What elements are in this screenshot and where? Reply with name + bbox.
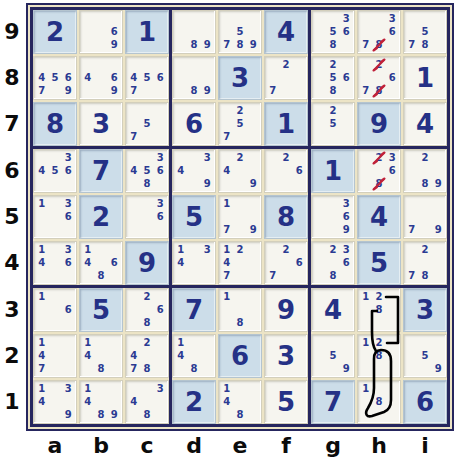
- candidate-9: 9: [62, 409, 75, 422]
- pencil-marks: 136: [35, 197, 75, 237]
- candidate-2: 2: [372, 290, 385, 303]
- given-digit: 1: [265, 103, 307, 145]
- cell-c6[interactable]: 34568: [125, 149, 169, 193]
- pencil-marks: 2568: [313, 58, 353, 98]
- candidate-6: 6: [108, 71, 121, 84]
- cell-g1[interactable]: 7: [311, 380, 355, 424]
- cell-h4[interactable]: 5: [357, 241, 401, 285]
- pencil-marks: 16: [35, 290, 75, 330]
- candidate-6: 6: [293, 256, 306, 269]
- pencil-marks: 1489: [81, 382, 121, 422]
- candidate-6: 6: [62, 256, 75, 269]
- candidate-6: 6: [386, 71, 399, 84]
- cell-a7[interactable]: 8: [33, 102, 77, 146]
- candidate-7: 7: [220, 39, 233, 52]
- candidate-4: 4: [220, 395, 233, 408]
- candidate-4: 4: [35, 395, 48, 408]
- given-digit: 3: [404, 289, 446, 331]
- candidate-7: 7: [266, 85, 279, 98]
- given-digit: 2: [173, 381, 215, 423]
- row-label-2: 2: [0, 344, 24, 368]
- candidate-6: 6: [340, 25, 353, 38]
- cell-e6[interactable]: 249: [218, 149, 262, 193]
- cell-b6[interactable]: 7: [79, 149, 123, 193]
- cell-h1[interactable]: 18: [357, 380, 401, 424]
- cell-f7[interactable]: 1: [264, 102, 308, 146]
- candidate-3: 3: [340, 243, 353, 256]
- cell-i4[interactable]: 278: [403, 241, 447, 285]
- cell-c3[interactable]: 268: [125, 288, 169, 332]
- given-digit: 6: [219, 335, 261, 377]
- candidate-1: 1: [35, 382, 48, 395]
- col-label-f: f: [274, 434, 298, 458]
- cell-g2[interactable]: 59: [311, 334, 355, 378]
- cell-e8[interactable]: 3: [218, 56, 262, 100]
- candidate-2: 2: [326, 104, 339, 117]
- candidate-4: 4: [35, 349, 48, 362]
- pencil-marks: 18: [220, 290, 260, 330]
- candidate-6: 6: [386, 164, 399, 177]
- cell-a4[interactable]: 1346: [33, 241, 77, 285]
- cell-f4[interactable]: 267: [264, 241, 308, 285]
- pencil-marks: 89: [174, 12, 214, 52]
- pencil-marks: 278: [405, 243, 445, 283]
- cell-c5[interactable]: 36: [125, 195, 169, 239]
- candidate-7: 7: [266, 270, 279, 283]
- elimination-slash-icon: [371, 37, 387, 53]
- given-digit: 7: [312, 381, 354, 423]
- candidate-2: 2: [418, 243, 431, 256]
- cell-f5[interactable]: 8: [264, 195, 308, 239]
- cell-e1[interactable]: 148: [218, 380, 262, 424]
- col-label-e: e: [228, 434, 252, 458]
- given-digit: 3: [219, 57, 261, 99]
- candidate-8: 8: [326, 39, 339, 52]
- candidate-2: 2: [233, 104, 246, 117]
- cell-i7[interactable]: 4: [403, 102, 447, 146]
- pencil-marks: 89: [174, 58, 214, 98]
- box-8: 71891486321485: [172, 288, 308, 424]
- col-label-b: b: [89, 434, 113, 458]
- candidate-8: 8: [140, 317, 153, 330]
- pencil-marks: 3456: [35, 151, 75, 191]
- candidate-6: 6: [386, 25, 399, 38]
- candidate-5: 5: [140, 117, 153, 130]
- cell-f6[interactable]: 26: [264, 149, 308, 193]
- pencil-marks: 128: [359, 290, 399, 330]
- candidate-9: 9: [62, 85, 75, 98]
- candidate-7: 7: [405, 39, 418, 52]
- candidate-3: 3: [340, 197, 353, 210]
- box-9: 4128359128597186: [311, 288, 447, 424]
- cell-c7[interactable]: 57: [125, 102, 169, 146]
- cell-d9[interactable]: 89: [172, 10, 216, 54]
- cell-d6[interactable]: 349: [172, 149, 216, 193]
- cell-b7[interactable]: 3: [79, 102, 123, 146]
- candidate-8: 8: [187, 363, 200, 376]
- pencil-marks: 34568: [127, 151, 167, 191]
- candidate-9: 9: [108, 409, 121, 422]
- candidate-6: 6: [62, 303, 75, 316]
- given-digit: 2: [34, 11, 76, 53]
- candidate-4: 4: [35, 256, 48, 269]
- pencil-marks: 148: [220, 382, 260, 422]
- candidate-3: 3: [340, 12, 353, 25]
- candidate-7: 7: [127, 85, 140, 98]
- candidate-1: 1: [35, 290, 48, 303]
- cell-h5[interactable]: 4: [357, 195, 401, 239]
- cell-a6[interactable]: 3456: [33, 149, 77, 193]
- candidate-9: 9: [247, 39, 260, 52]
- row-label-6: 6: [0, 159, 24, 183]
- candidate-2: 2: [140, 290, 153, 303]
- board-frame: 2691456794694567835789578948932762571356…: [26, 3, 454, 431]
- pencil-marks: 1349: [35, 382, 75, 422]
- candidate-1: 1: [220, 382, 233, 395]
- cell-f8[interactable]: 27: [264, 56, 308, 100]
- candidate-7: 7: [127, 363, 140, 376]
- cell-b3[interactable]: 5: [79, 288, 123, 332]
- cell-d4[interactable]: 134: [172, 241, 216, 285]
- cell-a1[interactable]: 1349: [33, 380, 77, 424]
- candidate-9: 9: [432, 224, 445, 237]
- pencil-marks: 2478: [127, 336, 167, 376]
- candidate-9: 9: [108, 85, 121, 98]
- cell-g6[interactable]: 1: [311, 149, 355, 193]
- candidate-1: 1: [220, 197, 233, 210]
- cell-i6[interactable]: 289: [403, 149, 447, 193]
- pencil-marks: 3678: [359, 12, 399, 52]
- cell-d1[interactable]: 2: [172, 380, 216, 424]
- cell-h3[interactable]: 128: [357, 288, 401, 332]
- candidate-5: 5: [48, 71, 61, 84]
- solved-digit: 6: [173, 103, 215, 145]
- pencil-marks: 134: [174, 243, 214, 283]
- cell-c4[interactable]: 9: [125, 241, 169, 285]
- candidate-8: 8: [233, 409, 246, 422]
- box-2: 89578948932762571: [172, 10, 308, 146]
- candidate-5: 5: [326, 117, 339, 130]
- candidate-1: 1: [220, 243, 233, 256]
- cell-b4[interactable]: 1468: [79, 241, 123, 285]
- row-label-4: 4: [0, 251, 24, 275]
- candidate-8: 8: [418, 39, 431, 52]
- pencil-marks: 267: [266, 243, 306, 283]
- candidate-9: 9: [247, 178, 260, 191]
- candidate-3: 3: [154, 382, 167, 395]
- pencil-marks: 5789: [220, 12, 260, 52]
- elimination-slash-icon: [371, 150, 387, 166]
- candidate-1: 1: [174, 243, 187, 256]
- candidate-3: 3: [154, 197, 167, 210]
- cell-a9[interactable]: 2: [33, 10, 77, 54]
- candidate-4: 4: [220, 164, 233, 177]
- solved-digit: 4: [312, 289, 354, 331]
- pencil-marks: 27: [266, 58, 306, 98]
- cell-e4[interactable]: 1247: [218, 241, 262, 285]
- box-4: 3456734568136236134614689: [33, 149, 169, 285]
- pencil-marks: 1346: [35, 243, 75, 283]
- candidate-3: 3: [386, 151, 399, 164]
- candidate-4: 4: [127, 395, 140, 408]
- pencil-marks: 257: [220, 104, 260, 144]
- candidate-1: 1: [35, 336, 48, 349]
- cell-f2[interactable]: 3: [264, 334, 308, 378]
- cell-f9[interactable]: 4: [264, 10, 308, 54]
- candidate-7: 7: [35, 85, 48, 98]
- row-label-8: 8: [0, 66, 24, 90]
- candidate-3: 3: [201, 243, 214, 256]
- cell-f3[interactable]: 9: [264, 288, 308, 332]
- candidate-4: 4: [81, 349, 94, 362]
- candidate-9: 9: [340, 224, 353, 237]
- cell-b8[interactable]: 469: [79, 56, 123, 100]
- candidate-5: 5: [48, 164, 61, 177]
- cell-g9[interactable]: 3568: [311, 10, 355, 54]
- candidate-6: 6: [340, 256, 353, 269]
- candidate-9: 9: [340, 363, 353, 376]
- candidate-6: 6: [154, 164, 167, 177]
- candidate-6: 6: [108, 256, 121, 269]
- pencil-marks: 57: [127, 104, 167, 144]
- row-label-5: 5: [0, 205, 24, 229]
- candidate-5: 5: [140, 71, 153, 84]
- solved-digit: 3: [80, 103, 122, 145]
- candidate-9: 9: [432, 363, 445, 376]
- candidate-9: 9: [247, 224, 260, 237]
- cell-h9[interactable]: 3678: [357, 10, 401, 54]
- cell-a8[interactable]: 45679: [33, 56, 77, 100]
- cell-e9[interactable]: 5789: [218, 10, 262, 54]
- pencil-marks: 18: [359, 382, 399, 422]
- candidate-1: 1: [81, 336, 94, 349]
- candidate-2: 2: [233, 151, 246, 164]
- candidate-7: 7: [35, 363, 48, 376]
- candidate-8: 8: [418, 178, 431, 191]
- candidate-6: 6: [154, 210, 167, 223]
- cell-h6[interactable]: 2368: [357, 149, 401, 193]
- candidate-2: 2: [279, 58, 292, 71]
- candidate-8: 8: [326, 85, 339, 98]
- elimination-slash-icon: [371, 83, 387, 99]
- cell-c1[interactable]: 348: [125, 380, 169, 424]
- col-label-i: i: [413, 434, 437, 458]
- cell-b2[interactable]: 148: [79, 334, 123, 378]
- pencil-marks: 349: [174, 151, 214, 191]
- cell-d8[interactable]: 89: [172, 56, 216, 100]
- candidate-2: 2: [326, 243, 339, 256]
- candidate-8: 8: [140, 409, 153, 422]
- given-digit: 8: [34, 103, 76, 145]
- candidate-7: 7: [405, 270, 418, 283]
- candidate-8: 8: [372, 349, 385, 362]
- cell-i9[interactable]: 578: [403, 10, 447, 54]
- cell-g5[interactable]: 369: [311, 195, 355, 239]
- pencil-marks: 369: [313, 197, 353, 237]
- candidate-3: 3: [386, 12, 399, 25]
- candidate-8: 8: [187, 39, 200, 52]
- candidate-4: 4: [127, 349, 140, 362]
- cell-h8[interactable]: 2678: [357, 56, 401, 100]
- candidate-8: 8: [326, 270, 339, 283]
- cell-h7[interactable]: 9: [357, 102, 401, 146]
- candidate-9: 9: [108, 39, 121, 52]
- pencil-marks: 249: [220, 151, 260, 191]
- candidate-8: 8: [372, 303, 385, 316]
- candidate-3: 3: [154, 151, 167, 164]
- candidate-8-eliminated: 8: [372, 178, 385, 191]
- candidate-2: 2: [279, 151, 292, 164]
- candidate-6: 6: [154, 303, 167, 316]
- pencil-marks: 1247: [220, 243, 260, 283]
- cell-b9[interactable]: 69: [79, 10, 123, 54]
- pencil-marks: 2368: [359, 151, 399, 191]
- candidate-8: 8: [94, 363, 107, 376]
- pencil-marks: 289: [405, 151, 445, 191]
- cell-f1[interactable]: 5: [264, 380, 308, 424]
- given-digit: 7: [173, 289, 215, 331]
- cell-d2[interactable]: 148: [172, 334, 216, 378]
- row-label-9: 9: [0, 20, 24, 44]
- pencil-marks: 36: [127, 197, 167, 237]
- pencil-marks: 148: [174, 336, 214, 376]
- candidate-8: 8: [233, 317, 246, 330]
- solved-digit: 3: [265, 335, 307, 377]
- box-1: 26914567946945678357: [33, 10, 169, 146]
- candidate-5: 5: [233, 25, 246, 38]
- pencil-marks: 147: [35, 336, 75, 376]
- candidate-2: 2: [326, 58, 339, 71]
- solved-digit: 5: [265, 381, 307, 423]
- cell-a2[interactable]: 147: [33, 334, 77, 378]
- cell-a3[interactable]: 16: [33, 288, 77, 332]
- candidate-4: 4: [35, 164, 48, 177]
- candidate-1: 1: [81, 243, 94, 256]
- candidate-6: 6: [154, 71, 167, 84]
- candidate-8: 8: [140, 363, 153, 376]
- cell-e2[interactable]: 6: [218, 334, 262, 378]
- candidate-5: 5: [326, 25, 339, 38]
- cell-i1[interactable]: 6: [403, 380, 447, 424]
- cell-b1[interactable]: 1489: [79, 380, 123, 424]
- elimination-slash-icon: [371, 57, 387, 73]
- candidate-1: 1: [81, 382, 94, 395]
- candidate-8: 8: [372, 395, 385, 408]
- cell-b5[interactable]: 2: [79, 195, 123, 239]
- col-label-g: g: [321, 434, 345, 458]
- elimination-slash-icon: [371, 176, 387, 192]
- candidate-3: 3: [62, 151, 75, 164]
- cell-g4[interactable]: 2368: [311, 241, 355, 285]
- pencil-marks: 4567: [127, 58, 167, 98]
- candidate-5: 5: [418, 25, 431, 38]
- candidate-4: 4: [35, 71, 48, 84]
- candidate-9: 9: [201, 178, 214, 191]
- col-label-h: h: [367, 434, 391, 458]
- col-label-c: c: [135, 434, 159, 458]
- pencil-marks: 148: [81, 336, 121, 376]
- cell-i5[interactable]: 79: [403, 195, 447, 239]
- candidate-1: 1: [35, 243, 48, 256]
- pencil-marks: 59: [313, 336, 353, 376]
- cell-c2[interactable]: 2478: [125, 334, 169, 378]
- cell-g3[interactable]: 4: [311, 288, 355, 332]
- candidate-6: 6: [293, 164, 306, 177]
- candidate-4: 4: [174, 256, 187, 269]
- candidate-2: 2: [418, 151, 431, 164]
- cell-g7[interactable]: 25: [311, 102, 355, 146]
- pencil-marks: 3568: [313, 12, 353, 52]
- candidate-8: 8: [233, 39, 246, 52]
- candidate-7: 7: [127, 131, 140, 144]
- candidate-6: 6: [108, 25, 121, 38]
- cell-e3[interactable]: 18: [218, 288, 262, 332]
- candidate-5: 5: [418, 349, 431, 362]
- cell-h2[interactable]: 128: [357, 334, 401, 378]
- candidate-7: 7: [220, 270, 233, 283]
- candidate-8-eliminated: 8: [372, 85, 385, 98]
- candidate-1: 1: [220, 290, 233, 303]
- cell-i2[interactable]: 59: [403, 334, 447, 378]
- candidate-1: 1: [359, 290, 372, 303]
- sudoku-app: 987654321 abcdefghi 26914567946945678357…: [0, 0, 460, 460]
- cell-d5[interactable]: 5: [172, 195, 216, 239]
- candidate-3: 3: [62, 197, 75, 210]
- candidate-4: 4: [81, 256, 94, 269]
- candidate-7: 7: [220, 131, 233, 144]
- candidate-4: 4: [127, 71, 140, 84]
- cell-g8[interactable]: 2568: [311, 56, 355, 100]
- candidate-6: 6: [340, 210, 353, 223]
- given-digit: 6: [404, 381, 446, 423]
- cell-a5[interactable]: 136: [33, 195, 77, 239]
- given-digit: 4: [265, 11, 307, 53]
- candidate-3: 3: [62, 382, 75, 395]
- cell-e5[interactable]: 179: [218, 195, 262, 239]
- cell-d7[interactable]: 6: [172, 102, 216, 146]
- candidate-4: 4: [174, 349, 187, 362]
- candidate-9: 9: [432, 178, 445, 191]
- pencil-marks: 128: [359, 336, 399, 376]
- cell-i3[interactable]: 3: [403, 288, 447, 332]
- cell-c9[interactable]: 1: [125, 10, 169, 54]
- candidate-2-eliminated: 2: [372, 58, 385, 71]
- box-3: 356836785782568267812594: [311, 10, 447, 146]
- cell-i8[interactable]: 1: [403, 56, 447, 100]
- candidate-6: 6: [62, 164, 75, 177]
- col-label-a: a: [43, 434, 67, 458]
- pencil-marks: 69: [81, 12, 121, 52]
- candidate-8-eliminated: 8: [372, 39, 385, 52]
- candidate-8: 8: [94, 270, 107, 283]
- cell-e7[interactable]: 257: [218, 102, 262, 146]
- candidate-5: 5: [326, 71, 339, 84]
- pencil-marks: 469: [81, 58, 121, 98]
- candidate-7: 7: [359, 85, 372, 98]
- candidate-5: 5: [140, 164, 153, 177]
- col-label-d: d: [182, 434, 206, 458]
- pencil-marks: 25: [313, 104, 353, 144]
- candidate-3: 3: [201, 151, 214, 164]
- pencil-marks: 1468: [81, 243, 121, 283]
- cell-d3[interactable]: 7: [172, 288, 216, 332]
- candidate-4: 4: [81, 395, 94, 408]
- given-digit: 8: [265, 196, 307, 238]
- cell-c8[interactable]: 4567: [125, 56, 169, 100]
- candidate-1: 1: [174, 336, 187, 349]
- candidate-5: 5: [326, 349, 339, 362]
- candidate-4: 4: [81, 71, 94, 84]
